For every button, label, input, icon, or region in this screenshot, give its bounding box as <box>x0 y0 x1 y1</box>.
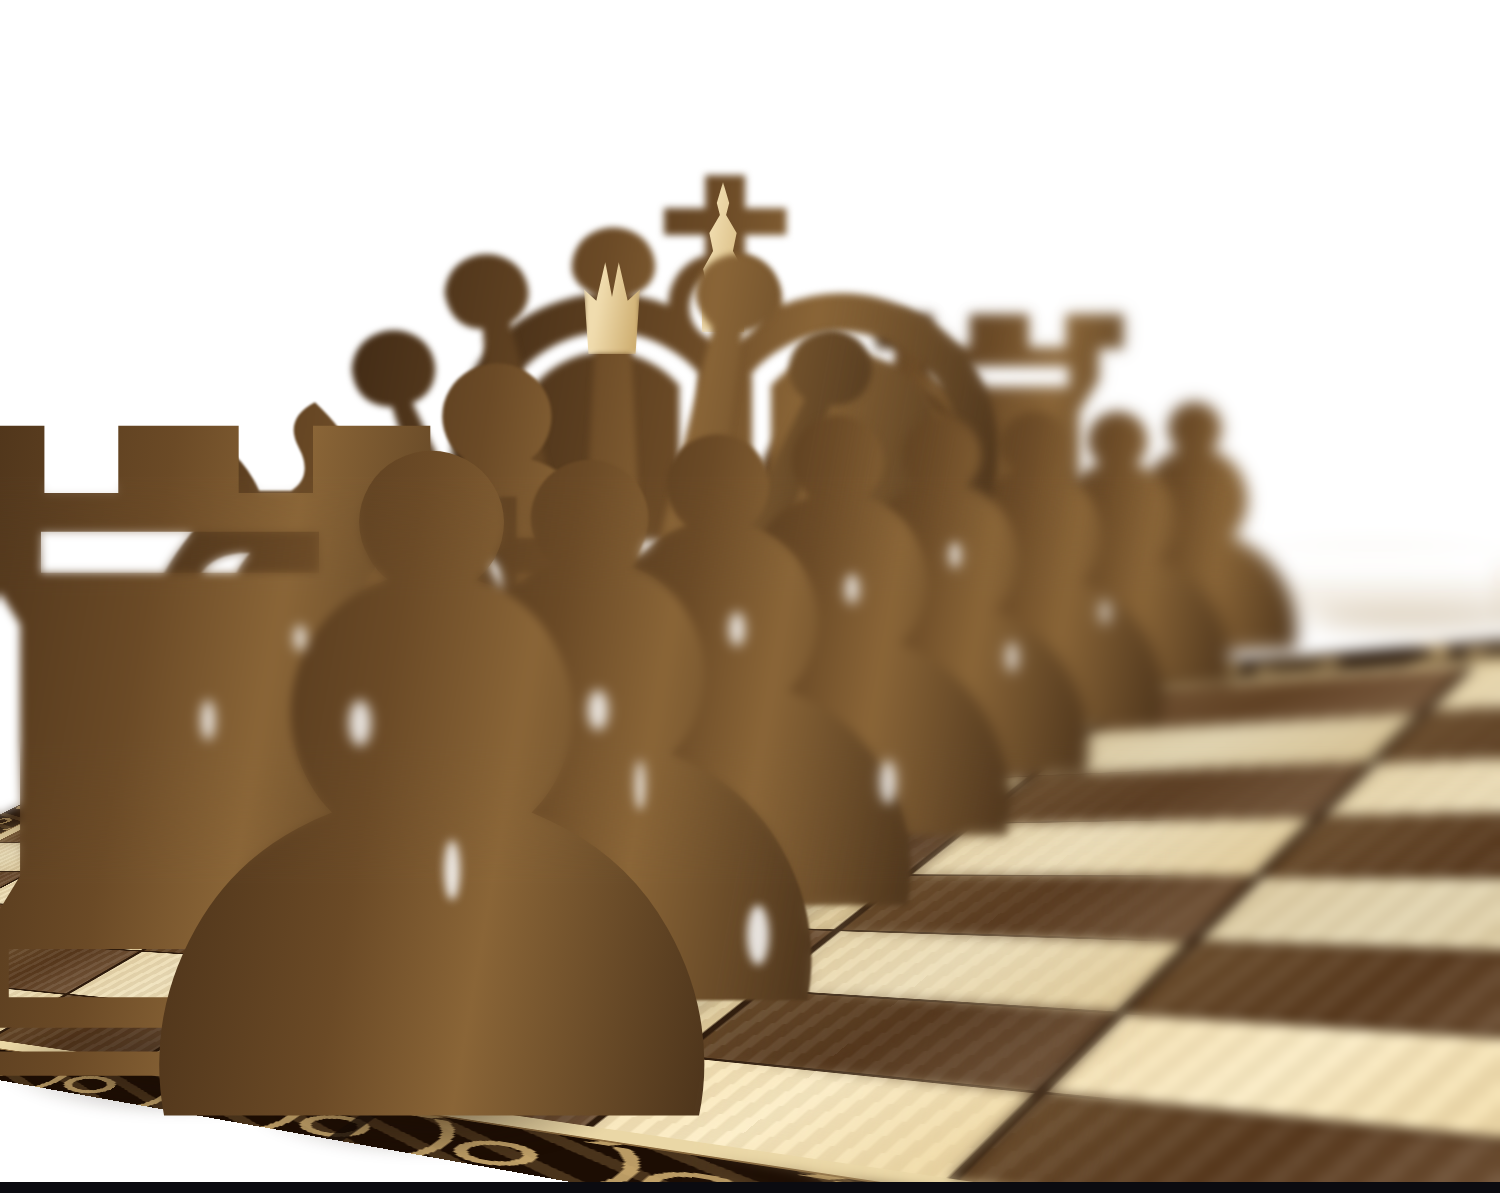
specular-highlight <box>444 840 460 900</box>
photo-scene: ♜♞♝♛♚♝♞♜♟♟♟♟♟♟♟♟ <box>0 0 1500 1193</box>
specular-highlight <box>880 760 896 804</box>
specular-highlight <box>747 905 769 965</box>
specular-highlight <box>845 574 859 604</box>
specular-highlight <box>729 612 745 646</box>
specular-highlight <box>635 760 645 810</box>
specular-highlight <box>1100 600 1110 624</box>
specular-highlight <box>294 625 306 651</box>
specular-highlight <box>949 542 961 568</box>
photo-bottom-bar <box>0 1182 1500 1193</box>
specular-highlight <box>1006 642 1018 672</box>
specular-highlight <box>349 700 371 746</box>
piece-a7-pawn: ♟ <box>0 345 887 1193</box>
specular-highlight <box>201 700 215 740</box>
specular-highlight <box>588 690 608 730</box>
